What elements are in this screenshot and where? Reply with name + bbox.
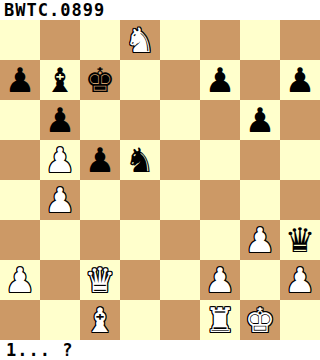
square-h3[interactable]: ♛	[280, 220, 320, 260]
square-e3[interactable]	[160, 220, 200, 260]
square-a1[interactable]	[0, 300, 40, 340]
square-c8[interactable]	[80, 20, 120, 60]
square-e2[interactable]	[160, 260, 200, 300]
piece-black-pawn: ♟	[45, 100, 75, 140]
square-b6[interactable]: ♟	[40, 100, 80, 140]
square-h4[interactable]	[280, 180, 320, 220]
square-d2[interactable]	[120, 260, 160, 300]
square-c6[interactable]	[80, 100, 120, 140]
square-h8[interactable]	[280, 20, 320, 60]
piece-black-pawn: ♟	[285, 60, 315, 100]
square-b3[interactable]	[40, 220, 80, 260]
piece-white-pawn: ♟	[45, 180, 75, 220]
square-d6[interactable]	[120, 100, 160, 140]
square-d8[interactable]: ♞	[120, 20, 160, 60]
puzzle-id: BWTC.0899	[0, 0, 320, 20]
square-a7[interactable]: ♟	[0, 60, 40, 100]
square-f7[interactable]: ♟	[200, 60, 240, 100]
square-g3[interactable]: ♟	[240, 220, 280, 260]
square-f5[interactable]	[200, 140, 240, 180]
square-f3[interactable]	[200, 220, 240, 260]
square-g1[interactable]: ♚	[240, 300, 280, 340]
square-e6[interactable]	[160, 100, 200, 140]
piece-white-pawn: ♟	[5, 260, 35, 300]
piece-black-bishop: ♝	[45, 60, 75, 100]
square-g5[interactable]	[240, 140, 280, 180]
chess-board: ♞♟♝♚♟♟♟♟♟♟♞♟♟♛♟♛♟♟♝♜♚	[0, 20, 320, 340]
square-g6[interactable]: ♟	[240, 100, 280, 140]
square-g2[interactable]	[240, 260, 280, 300]
square-b8[interactable]	[40, 20, 80, 60]
square-g8[interactable]	[240, 20, 280, 60]
square-c5[interactable]: ♟	[80, 140, 120, 180]
square-a8[interactable]	[0, 20, 40, 60]
square-e1[interactable]	[160, 300, 200, 340]
square-c1[interactable]: ♝	[80, 300, 120, 340]
square-h7[interactable]: ♟	[280, 60, 320, 100]
piece-black-knight: ♞	[125, 140, 155, 180]
piece-black-king: ♚	[85, 60, 115, 100]
square-h2[interactable]: ♟	[280, 260, 320, 300]
piece-black-pawn: ♟	[205, 60, 235, 100]
square-h1[interactable]	[280, 300, 320, 340]
square-f1[interactable]: ♜	[200, 300, 240, 340]
piece-white-pawn: ♟	[245, 220, 275, 260]
square-c2[interactable]: ♛	[80, 260, 120, 300]
square-e8[interactable]	[160, 20, 200, 60]
square-c7[interactable]: ♚	[80, 60, 120, 100]
square-e5[interactable]	[160, 140, 200, 180]
square-f8[interactable]	[200, 20, 240, 60]
piece-white-bishop: ♝	[85, 300, 115, 340]
square-f4[interactable]	[200, 180, 240, 220]
piece-white-pawn: ♟	[285, 260, 315, 300]
move-prompt: 1... ?	[0, 340, 320, 360]
square-a2[interactable]: ♟	[0, 260, 40, 300]
square-g7[interactable]	[240, 60, 280, 100]
square-a3[interactable]	[0, 220, 40, 260]
square-d5[interactable]: ♞	[120, 140, 160, 180]
square-b2[interactable]	[40, 260, 80, 300]
square-b7[interactable]: ♝	[40, 60, 80, 100]
piece-white-king: ♚	[245, 300, 275, 340]
square-g4[interactable]	[240, 180, 280, 220]
square-h6[interactable]	[280, 100, 320, 140]
square-h5[interactable]	[280, 140, 320, 180]
square-c4[interactable]	[80, 180, 120, 220]
piece-black-pawn: ♟	[85, 140, 115, 180]
square-c3[interactable]	[80, 220, 120, 260]
square-a6[interactable]	[0, 100, 40, 140]
piece-white-queen: ♛	[85, 260, 115, 300]
square-b4[interactable]: ♟	[40, 180, 80, 220]
square-b5[interactable]: ♟	[40, 140, 80, 180]
square-d3[interactable]	[120, 220, 160, 260]
piece-white-pawn: ♟	[205, 260, 235, 300]
square-e4[interactable]	[160, 180, 200, 220]
piece-black-pawn: ♟	[5, 60, 35, 100]
square-d7[interactable]	[120, 60, 160, 100]
square-e7[interactable]	[160, 60, 200, 100]
piece-black-pawn: ♟	[245, 100, 275, 140]
square-a4[interactable]	[0, 180, 40, 220]
square-d1[interactable]	[120, 300, 160, 340]
piece-white-rook: ♜	[205, 300, 235, 340]
square-f2[interactable]: ♟	[200, 260, 240, 300]
piece-black-queen: ♛	[285, 220, 315, 260]
square-a5[interactable]	[0, 140, 40, 180]
square-d4[interactable]	[120, 180, 160, 220]
square-b1[interactable]	[40, 300, 80, 340]
square-f6[interactable]	[200, 100, 240, 140]
piece-white-pawn: ♟	[45, 140, 75, 180]
piece-white-knight: ♞	[125, 20, 155, 60]
